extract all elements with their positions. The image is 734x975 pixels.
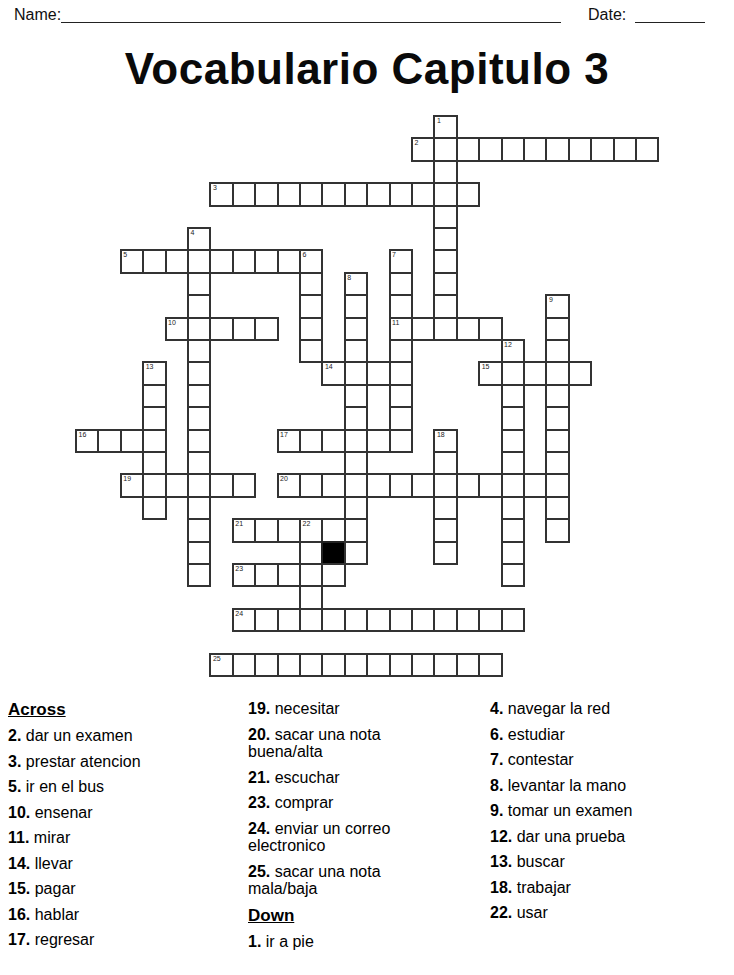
down-clue-8: 8levantar la mano	[490, 777, 668, 795]
grid-cell[interactable]	[299, 429, 323, 453]
grid-cell[interactable]	[344, 451, 368, 475]
clue-number: 22	[303, 519, 311, 528]
clue-item-number: 20	[248, 726, 275, 743]
clue-item-text: regresar	[35, 931, 95, 948]
grid-cell[interactable]	[411, 182, 435, 206]
grid-cell[interactable]	[232, 473, 256, 497]
down-clue-9: 9tomar un examen	[490, 802, 668, 820]
grid-cell[interactable]	[433, 451, 457, 475]
grid-cell[interactable]	[411, 317, 435, 341]
grid-cell[interactable]	[344, 541, 368, 565]
grid-cell[interactable]	[209, 473, 233, 497]
grid-cell[interactable]	[321, 518, 345, 542]
grid-cell[interactable]: 14	[321, 361, 345, 385]
grid-cell[interactable]: 18	[433, 429, 457, 453]
clue-item-text: contestar	[508, 751, 574, 768]
grid-cell[interactable]	[501, 361, 525, 385]
grid-cell[interactable]	[299, 272, 323, 296]
grid-cell[interactable]: 13	[142, 361, 166, 385]
grid-cell[interactable]	[501, 384, 525, 408]
grid-cell[interactable]	[366, 653, 390, 677]
across-clue-3: 3prestar atencion	[8, 753, 186, 771]
clue-item-text: navegar la red	[508, 700, 610, 717]
grid-cell[interactable]: 25	[209, 653, 233, 677]
clue-item-text: prestar atencion	[26, 753, 141, 770]
clue-item-text: tomar un examen	[508, 802, 633, 819]
across-clue-16: 16hablar	[8, 906, 186, 924]
grid-cell[interactable]	[433, 227, 457, 251]
clue-item-text: pagar	[35, 880, 76, 897]
grid-cell[interactable]	[545, 451, 569, 475]
grid-cell[interactable]	[501, 451, 525, 475]
grid-cell[interactable]	[344, 384, 368, 408]
clue-item-number: 5	[8, 778, 26, 795]
grid-cell[interactable]	[433, 137, 457, 161]
grid-cell[interactable]	[523, 473, 547, 497]
grid-cell[interactable]: 24	[232, 608, 256, 632]
grid-cell[interactable]	[254, 608, 278, 632]
grid-cell[interactable]	[142, 473, 166, 497]
clue-item-text: ensenar	[35, 804, 93, 821]
grid-cell[interactable]	[187, 272, 211, 296]
clue-item-number: 11	[8, 829, 34, 846]
clue-number: 1	[437, 116, 441, 125]
grid-cell[interactable]	[321, 429, 345, 453]
clue-number: 23	[235, 564, 243, 573]
clue-number: 11	[392, 318, 399, 327]
grid-cell[interactable]	[433, 518, 457, 542]
clue-item-text: trabajar	[517, 879, 571, 896]
grid-cell[interactable]	[456, 317, 480, 341]
clue-item-text: estudiar	[508, 726, 565, 743]
grid-cell[interactable]	[389, 653, 413, 677]
clue-column: Across2dar un examen3prestar atencion5ir…	[8, 700, 186, 957]
clue-item-number: 17	[8, 931, 35, 948]
grid-cell[interactable]	[187, 339, 211, 363]
grid-cell[interactable]	[277, 518, 301, 542]
grid-cell[interactable]	[478, 317, 502, 341]
clue-item-number: 8	[490, 777, 508, 794]
grid-cell[interactable]	[389, 294, 413, 318]
grid-cell[interactable]	[568, 361, 592, 385]
grid-cell[interactable]	[389, 182, 413, 206]
grid-cell[interactable]	[344, 496, 368, 520]
grid-cell[interactable]	[366, 361, 390, 385]
grid-cell[interactable]	[433, 541, 457, 565]
grid-cell[interactable]: 5	[120, 249, 144, 273]
grid-cell[interactable]	[366, 473, 390, 497]
grid-cell[interactable]	[501, 541, 525, 565]
grid-cell[interactable]	[187, 361, 211, 385]
grid-cell[interactable]: 10	[165, 317, 189, 341]
grid-cell[interactable]	[433, 496, 457, 520]
grid-cell[interactable]	[344, 361, 368, 385]
grid-cell[interactable]	[366, 182, 390, 206]
clue-item-number: 22	[490, 904, 517, 921]
grid-cell[interactable]	[545, 361, 569, 385]
clue-item-number: 6	[490, 726, 508, 743]
grid-cell[interactable]	[120, 429, 144, 453]
grid-cell[interactable]	[433, 294, 457, 318]
clue-item-text: llevar	[35, 855, 73, 872]
grid-cell[interactable]	[411, 653, 435, 677]
clue-column: 4navegar la red6estudiar7contestar8levan…	[490, 700, 668, 930]
across-clue-19: 19necesitar	[248, 700, 426, 718]
crossword-grid: 1234567891011121314151617181920212223242…	[75, 115, 660, 678]
grid-cell[interactable]: 12	[501, 339, 525, 363]
grid-cell[interactable]	[142, 451, 166, 475]
grid-cell[interactable]	[501, 518, 525, 542]
grid-cell[interactable]	[545, 384, 569, 408]
name-blank-line	[61, 22, 561, 23]
grid-cell[interactable]	[545, 496, 569, 520]
grid-cell[interactable]	[501, 137, 525, 161]
grid-cell[interactable]	[433, 317, 457, 341]
grid-cell[interactable]	[568, 137, 592, 161]
grid-cell[interactable]: 16	[75, 429, 99, 453]
clue-item-number: 23	[248, 794, 275, 811]
across-clue-23: 23comprar	[248, 794, 426, 812]
grid-cell[interactable]	[277, 653, 301, 677]
grid-cell[interactable]	[321, 608, 345, 632]
grid-cell[interactable]	[545, 429, 569, 453]
clue-item-text: comprar	[275, 794, 334, 811]
grid-cell[interactable]	[456, 137, 480, 161]
clue-number: 7	[392, 250, 396, 259]
grid-cell[interactable]	[187, 406, 211, 430]
grid-cell[interactable]	[344, 317, 368, 341]
down-clue-12: 12dar una prueba	[490, 828, 668, 846]
clue-number: 2	[415, 138, 419, 147]
across-clue-21: 21escuchar	[248, 769, 426, 787]
grid-cell[interactable]	[635, 137, 659, 161]
across-clue-2: 2dar un examen	[8, 727, 186, 745]
grid-cell[interactable]: 17	[277, 429, 301, 453]
grid-cell[interactable]: 21	[232, 518, 256, 542]
grid-cell[interactable]	[433, 653, 457, 677]
grid-cell[interactable]	[254, 182, 278, 206]
grid-cell[interactable]	[254, 518, 278, 542]
clue-item-number: 14	[8, 855, 35, 872]
grid-cell[interactable]	[299, 317, 323, 341]
down-clue-13: 13buscar	[490, 853, 668, 871]
grid-cell[interactable]	[613, 137, 637, 161]
grid-cell[interactable]: 20	[277, 473, 301, 497]
down-clue-6: 6estudiar	[490, 726, 668, 744]
grid-cell[interactable]	[501, 496, 525, 520]
clue-item-number: 7	[490, 751, 508, 768]
grid-cell[interactable]	[366, 608, 390, 632]
clue-number: 9	[549, 295, 553, 304]
grid-cell[interactable]	[187, 563, 211, 587]
clue-number: 16	[79, 430, 87, 439]
clue-item-text: buscar	[517, 853, 565, 870]
worksheet-page: Name: Date: Vocabulario Capitulo 3 12345…	[0, 0, 734, 975]
grid-cell[interactable]	[389, 339, 413, 363]
grid-cell[interactable]	[165, 249, 189, 273]
grid-cell[interactable]	[209, 317, 233, 341]
black-cell	[321, 541, 345, 565]
grid-cell[interactable]	[187, 317, 211, 341]
grid-cell[interactable]	[254, 317, 278, 341]
grid-cell[interactable]	[523, 361, 547, 385]
clue-item-text: mirar	[34, 829, 70, 846]
clue-number: 25	[213, 654, 221, 663]
clue-number: 18	[437, 430, 445, 439]
clue-number: 13	[146, 362, 154, 371]
clue-item-text: usar	[517, 904, 548, 921]
grid-cell[interactable]	[389, 608, 413, 632]
clue-item-number: 1	[248, 933, 266, 950]
grid-cell[interactable]: 8	[344, 272, 368, 296]
clue-number: 21	[235, 519, 243, 528]
clue-item-number: 9	[490, 802, 508, 819]
grid-cell[interactable]	[254, 653, 278, 677]
grid-cell[interactable]	[433, 272, 457, 296]
grid-cell[interactable]	[501, 563, 525, 587]
grid-cell[interactable]	[501, 473, 525, 497]
grid-cell[interactable]	[456, 182, 480, 206]
across-clue-17: 17regresar	[8, 931, 186, 949]
grid-cell[interactable]	[478, 473, 502, 497]
grid-cell[interactable]	[277, 608, 301, 632]
grid-cell[interactable]	[478, 137, 502, 161]
grid-cell[interactable]	[433, 160, 457, 184]
clue-item-text: necesitar	[275, 700, 340, 717]
down-clue-4: 4navegar la red	[490, 700, 668, 718]
grid-cell[interactable]	[277, 249, 301, 273]
grid-cell[interactable]	[545, 518, 569, 542]
grid-cell[interactable]	[344, 608, 368, 632]
grid-cell[interactable]: 9	[545, 294, 569, 318]
across-clue-15: 15pagar	[8, 880, 186, 898]
grid-cell[interactable]	[299, 541, 323, 565]
grid-cell[interactable]	[545, 339, 569, 363]
grid-cell[interactable]	[344, 518, 368, 542]
clue-item-number: 24	[248, 820, 275, 837]
grid-cell[interactable]	[187, 473, 211, 497]
across-header: Across	[8, 700, 186, 720]
clue-item-number: 10	[8, 804, 35, 821]
grid-cell[interactable]: 4	[187, 227, 211, 251]
clue-item-number: 2	[8, 727, 26, 744]
grid-cell[interactable]	[299, 339, 323, 363]
grid-cell[interactable]	[389, 429, 413, 453]
clue-number: 20	[280, 474, 288, 483]
grid-cell[interactable]	[344, 182, 368, 206]
across-clue-14: 14llevar	[8, 855, 186, 873]
clue-number: 4	[191, 228, 195, 237]
clue-item-text: ir a pie	[266, 933, 314, 950]
clue-number: 6	[303, 250, 307, 259]
grid-cell[interactable]	[411, 473, 435, 497]
clue-item-number: 18	[490, 879, 517, 896]
clue-number: 14	[325, 362, 333, 371]
grid-cell[interactable]	[254, 249, 278, 273]
grid-cell[interactable]	[232, 182, 256, 206]
grid-cell[interactable]	[142, 496, 166, 520]
grid-cell[interactable]: 1	[433, 115, 457, 139]
grid-cell[interactable]	[478, 608, 502, 632]
grid-cell[interactable]	[411, 608, 435, 632]
clue-item-text: dar un examen	[26, 727, 133, 744]
grid-cell[interactable]: 3	[209, 182, 233, 206]
grid-cell[interactable]	[456, 473, 480, 497]
clue-item-number: 25	[248, 863, 275, 880]
grid-cell[interactable]	[433, 205, 457, 229]
grid-cell[interactable]	[254, 563, 278, 587]
grid-cell[interactable]	[299, 473, 323, 497]
grid-cell[interactable]	[187, 541, 211, 565]
grid-cell[interactable]	[344, 294, 368, 318]
grid-cell[interactable]: 23	[232, 563, 256, 587]
grid-cell[interactable]	[187, 451, 211, 475]
page-title: Vocabulario Capitulo 3	[0, 44, 734, 94]
grid-cell[interactable]	[344, 406, 368, 430]
grid-cell[interactable]	[187, 496, 211, 520]
down-clue-22: 22usar	[490, 904, 668, 922]
across-clue-11: 11mirar	[8, 829, 186, 847]
name-label: Name:	[14, 6, 61, 24]
clue-item-number: 15	[8, 880, 35, 897]
grid-cell[interactable]	[299, 608, 323, 632]
clue-number: 5	[123, 250, 127, 259]
date-label: Date:	[588, 6, 626, 24]
grid-cell[interactable]	[545, 317, 569, 341]
grid-cell[interactable]: 2	[411, 137, 435, 161]
grid-cell[interactable]	[389, 406, 413, 430]
down-clue-1: 1ir a pie	[248, 933, 426, 951]
clue-column: 19necesitar20sacar una nota buena/alta21…	[248, 700, 426, 958]
down-clue-7: 7contestar	[490, 751, 668, 769]
clue-item-text: levantar la mano	[508, 777, 626, 794]
clue-number: 19	[123, 474, 131, 483]
grid-cell[interactable]	[142, 429, 166, 453]
grid-cell[interactable]	[389, 361, 413, 385]
grid-cell[interactable]: 7	[389, 249, 413, 273]
across-clue-25: 25sacar una nota mala/baja	[248, 863, 426, 898]
grid-cell[interactable]	[142, 249, 166, 273]
grid-cell[interactable]	[277, 563, 301, 587]
grid-cell[interactable]: 22	[299, 518, 323, 542]
grid-cell[interactable]: 15	[478, 361, 502, 385]
down-clue-18: 18trabajar	[490, 879, 668, 897]
grid-cell[interactable]	[456, 608, 480, 632]
grid-cell[interactable]	[501, 429, 525, 453]
grid-cell[interactable]	[321, 473, 345, 497]
grid-cell[interactable]	[299, 563, 323, 587]
grid-cell[interactable]	[433, 182, 457, 206]
clue-item-number: 12	[490, 828, 517, 845]
grid-cell[interactable]	[590, 137, 614, 161]
grid-cell[interactable]	[299, 182, 323, 206]
clue-number: 10	[168, 318, 176, 327]
clue-item-number: 21	[248, 769, 275, 786]
date-blank-line	[635, 22, 705, 23]
clue-item-text: hablar	[35, 906, 79, 923]
grid-cell[interactable]	[209, 249, 233, 273]
grid-cell[interactable]	[344, 429, 368, 453]
grid-cell[interactable]	[344, 473, 368, 497]
clue-item-number: 4	[490, 700, 508, 717]
grid-cell[interactable]	[321, 182, 345, 206]
grid-cell[interactable]	[232, 317, 256, 341]
clue-number: 24	[235, 609, 243, 618]
clue-item-text: ir en el bus	[26, 778, 104, 795]
grid-cell[interactable]	[501, 406, 525, 430]
clue-number: 17	[280, 430, 288, 439]
clue-number: 15	[482, 362, 490, 371]
clue-item-number: 16	[8, 906, 35, 923]
grid-cell[interactable]	[187, 384, 211, 408]
grid-cell[interactable]	[501, 608, 525, 632]
grid-cell[interactable]	[389, 473, 413, 497]
down-header: Down	[248, 906, 426, 926]
grid-cell[interactable]	[97, 429, 121, 453]
grid-cell[interactable]	[545, 406, 569, 430]
clue-number: 12	[504, 340, 512, 349]
grid-cell[interactable]	[232, 249, 256, 273]
clue-item-number: 19	[248, 700, 275, 717]
clue-number: 8	[347, 273, 351, 282]
grid-cell[interactable]	[299, 294, 323, 318]
clue-item-text: escuchar	[275, 769, 340, 786]
grid-cell[interactable]	[366, 429, 390, 453]
grid-cell[interactable]	[389, 272, 413, 296]
grid-cell[interactable]	[545, 473, 569, 497]
clue-item-text: dar una prueba	[517, 828, 626, 845]
across-clue-5: 5ir en el bus	[8, 778, 186, 796]
grid-cell[interactable]: 19	[120, 473, 144, 497]
grid-cell[interactable]	[456, 653, 480, 677]
grid-cell[interactable]	[187, 294, 211, 318]
clue-item-number: 13	[490, 853, 517, 870]
grid-cell[interactable]	[344, 653, 368, 677]
grid-cell[interactable]	[142, 384, 166, 408]
grid-cell[interactable]	[433, 249, 457, 273]
grid-cell[interactable]	[232, 653, 256, 677]
grid-cell[interactable]	[523, 137, 547, 161]
across-clue-10: 10ensenar	[8, 804, 186, 822]
across-clue-24: 24enviar un correo electronico	[248, 820, 426, 855]
clue-number: 3	[213, 183, 217, 192]
grid-cell[interactable]	[142, 406, 166, 430]
clue-item-number: 3	[8, 753, 26, 770]
grid-cell[interactable]	[187, 518, 211, 542]
grid-cell[interactable]	[344, 339, 368, 363]
grid-cell[interactable]	[277, 182, 301, 206]
grid-cell[interactable]: 6	[299, 249, 323, 273]
grid-cell[interactable]	[433, 473, 457, 497]
grid-cell[interactable]	[321, 653, 345, 677]
grid-cell[interactable]	[165, 473, 189, 497]
grid-cell[interactable]	[478, 653, 502, 677]
grid-cell[interactable]	[389, 384, 413, 408]
grid-cell[interactable]	[321, 563, 345, 587]
grid-cell[interactable]	[187, 249, 211, 273]
grid-cell[interactable]	[545, 137, 569, 161]
grid-cell[interactable]	[299, 585, 323, 609]
grid-cell[interactable]	[187, 429, 211, 453]
grid-cell[interactable]: 11	[389, 317, 413, 341]
grid-cell[interactable]	[433, 608, 457, 632]
across-clue-20: 20sacar una nota buena/alta	[248, 726, 426, 761]
grid-cell[interactable]	[299, 653, 323, 677]
